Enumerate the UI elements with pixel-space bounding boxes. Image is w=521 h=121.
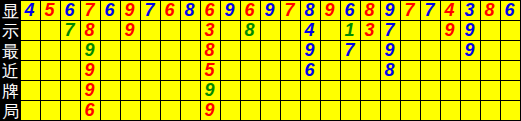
grid-cell	[301, 81, 321, 101]
grid-cell	[341, 81, 361, 101]
grid-cell: 6	[341, 1, 361, 21]
grid-cell: 9	[321, 1, 341, 21]
grid-cell: 7	[341, 41, 361, 61]
grid-cell: 7	[81, 1, 101, 21]
grid-cell	[361, 61, 381, 81]
grid-cell	[501, 61, 521, 81]
grid-cell: 7	[141, 1, 161, 21]
grid-cell	[41, 21, 61, 41]
grid-cell	[501, 41, 521, 61]
grid-cell: 7	[401, 1, 421, 21]
grid-cell	[221, 21, 241, 41]
grid-cell: 9	[81, 61, 101, 81]
grid-cell: 7	[281, 1, 301, 21]
grid-cell: 3	[201, 21, 221, 41]
grid-cell: 9	[201, 101, 221, 121]
grid-cell: 8	[201, 41, 221, 61]
grid-cell	[161, 81, 181, 101]
grid-cell	[301, 101, 321, 121]
grid-cell: 6	[81, 101, 101, 121]
grid-cell	[261, 61, 281, 81]
grid-cell: 9	[441, 21, 461, 41]
grid-cell	[261, 81, 281, 101]
grid-cell: 6	[161, 1, 181, 21]
grid-cell	[421, 41, 441, 61]
grid-cell	[241, 81, 261, 101]
grid-cell: 5	[41, 1, 61, 21]
grid-cell	[61, 101, 81, 121]
title-char: 近	[0, 61, 21, 81]
grid-cell: 9	[81, 41, 101, 61]
grid-cell	[261, 101, 281, 121]
grid-cell	[241, 61, 261, 81]
results-grid: 4567697686969789689774386789384137999897…	[21, 0, 521, 121]
grid-cell	[61, 41, 81, 61]
grid-cell	[41, 81, 61, 101]
grid-cell	[361, 81, 381, 101]
grid-cell	[221, 81, 241, 101]
grid-cell	[161, 101, 181, 121]
grid-cell	[21, 61, 41, 81]
grid-cell	[321, 21, 341, 41]
grid-cell	[101, 81, 121, 101]
grid-cell: 9	[301, 41, 321, 61]
grid-cell	[321, 61, 341, 81]
grid-cell: 4	[441, 1, 461, 21]
grid-cell	[281, 101, 301, 121]
grid-cell	[241, 101, 261, 121]
grid-cell	[361, 41, 381, 61]
grid-cell	[381, 101, 401, 121]
grid-cell: 9	[121, 1, 141, 21]
grid-cell: 9	[381, 1, 401, 21]
grid-cell	[421, 101, 441, 121]
grid-cell: 7	[381, 21, 401, 41]
grid-cell	[481, 61, 501, 81]
grid-cell	[261, 41, 281, 61]
grid-cell	[481, 41, 501, 61]
grid-cell	[481, 81, 501, 101]
grid-cell: 8	[181, 1, 201, 21]
board-title-vertical: 显 示 最 近 牌 局	[0, 0, 21, 121]
grid-cell: 9	[81, 81, 101, 101]
grid-cell	[501, 101, 521, 121]
grid-cell	[101, 21, 121, 41]
grid-cell	[401, 101, 421, 121]
grid-cell	[141, 41, 161, 61]
grid-cell: 9	[461, 41, 481, 61]
grid-cell	[461, 81, 481, 101]
grid-cell	[241, 41, 261, 61]
grid-cell	[341, 101, 361, 121]
grid-cell: 9	[221, 1, 241, 21]
grid-cell	[281, 81, 301, 101]
grid-cell	[21, 101, 41, 121]
grid-cell	[481, 21, 501, 41]
grid-cell	[181, 21, 201, 41]
grid-cell	[281, 21, 301, 41]
grid-cell: 6	[201, 1, 221, 21]
grid-cell	[501, 81, 521, 101]
grid-cell	[61, 61, 81, 81]
grid-cell	[101, 101, 121, 121]
grid-cell: 3	[361, 21, 381, 41]
grid-cell	[401, 41, 421, 61]
grid-cell	[161, 21, 181, 41]
grid-cell: 1	[341, 21, 361, 41]
grid-cell	[141, 101, 161, 121]
grid-cell: 8	[481, 1, 501, 21]
grid-cell	[421, 81, 441, 101]
grid-cell: 4	[21, 1, 41, 21]
grid-cell	[41, 101, 61, 121]
grid-cell	[101, 41, 121, 61]
grid-cell: 7	[61, 21, 81, 41]
grid-cell	[221, 101, 241, 121]
grid-cell: 4	[301, 21, 321, 41]
grid-cell	[121, 61, 141, 81]
grid-cell	[261, 21, 281, 41]
grid-cell	[421, 21, 441, 41]
grid-cell	[481, 101, 501, 121]
grid-cell	[221, 61, 241, 81]
grid-cell: 6	[241, 1, 261, 21]
grid-cell: 3	[461, 1, 481, 21]
grid-cell	[41, 61, 61, 81]
grid-cell: 6	[301, 61, 321, 81]
grid-cell	[181, 41, 201, 61]
grid-cell: 8	[81, 21, 101, 41]
grid-cell	[461, 61, 481, 81]
grid-cell	[181, 81, 201, 101]
recent-results-board: 显 示 最 近 牌 局 4567697686969789689774386789…	[0, 0, 521, 121]
grid-cell	[461, 101, 481, 121]
grid-cell	[401, 61, 421, 81]
title-char: 牌	[0, 81, 21, 101]
grid-cell	[121, 101, 141, 121]
grid-cell: 5	[201, 61, 221, 81]
grid-cell	[441, 41, 461, 61]
grid-cell	[221, 41, 241, 61]
grid-cell	[141, 61, 161, 81]
grid-cell	[21, 21, 41, 41]
grid-cell: 9	[201, 81, 221, 101]
grid-cell	[321, 101, 341, 121]
grid-cell	[321, 41, 341, 61]
grid-cell	[281, 41, 301, 61]
grid-cell	[181, 61, 201, 81]
grid-cell	[21, 81, 41, 101]
grid-cell: 6	[501, 1, 521, 21]
grid-cell	[441, 101, 461, 121]
grid-cell: 9	[121, 21, 141, 41]
grid-cell: 9	[381, 41, 401, 61]
title-char: 显	[0, 1, 21, 21]
grid-cell	[361, 101, 381, 121]
grid-cell	[321, 81, 341, 101]
grid-cell: 8	[241, 21, 261, 41]
grid-cell	[381, 81, 401, 101]
grid-cell	[421, 61, 441, 81]
grid-cell: 9	[261, 1, 281, 21]
grid-cell: 7	[421, 1, 441, 21]
grid-cell	[441, 81, 461, 101]
grid-cell	[281, 61, 301, 81]
grid-cell	[21, 41, 41, 61]
grid-cell	[401, 81, 421, 101]
title-char: 最	[0, 41, 21, 61]
grid-cell	[341, 61, 361, 81]
grid-cell	[141, 81, 161, 101]
grid-cell: 6	[61, 1, 81, 21]
grid-cell	[441, 61, 461, 81]
grid-cell	[401, 21, 421, 41]
grid-cell	[181, 101, 201, 121]
grid-cell	[161, 61, 181, 81]
grid-cell	[101, 61, 121, 81]
grid-cell: 8	[301, 1, 321, 21]
grid-cell	[41, 41, 61, 61]
grid-cell	[161, 41, 181, 61]
grid-cell	[121, 41, 141, 61]
grid-cell	[61, 81, 81, 101]
grid-cell: 9	[461, 21, 481, 41]
grid-cell	[501, 21, 521, 41]
grid-cell	[141, 21, 161, 41]
grid-cell: 6	[101, 1, 121, 21]
title-char: 局	[0, 101, 21, 121]
grid-cell: 8	[381, 61, 401, 81]
grid-cell: 8	[361, 1, 381, 21]
title-char: 示	[0, 21, 21, 41]
grid-cell	[121, 81, 141, 101]
